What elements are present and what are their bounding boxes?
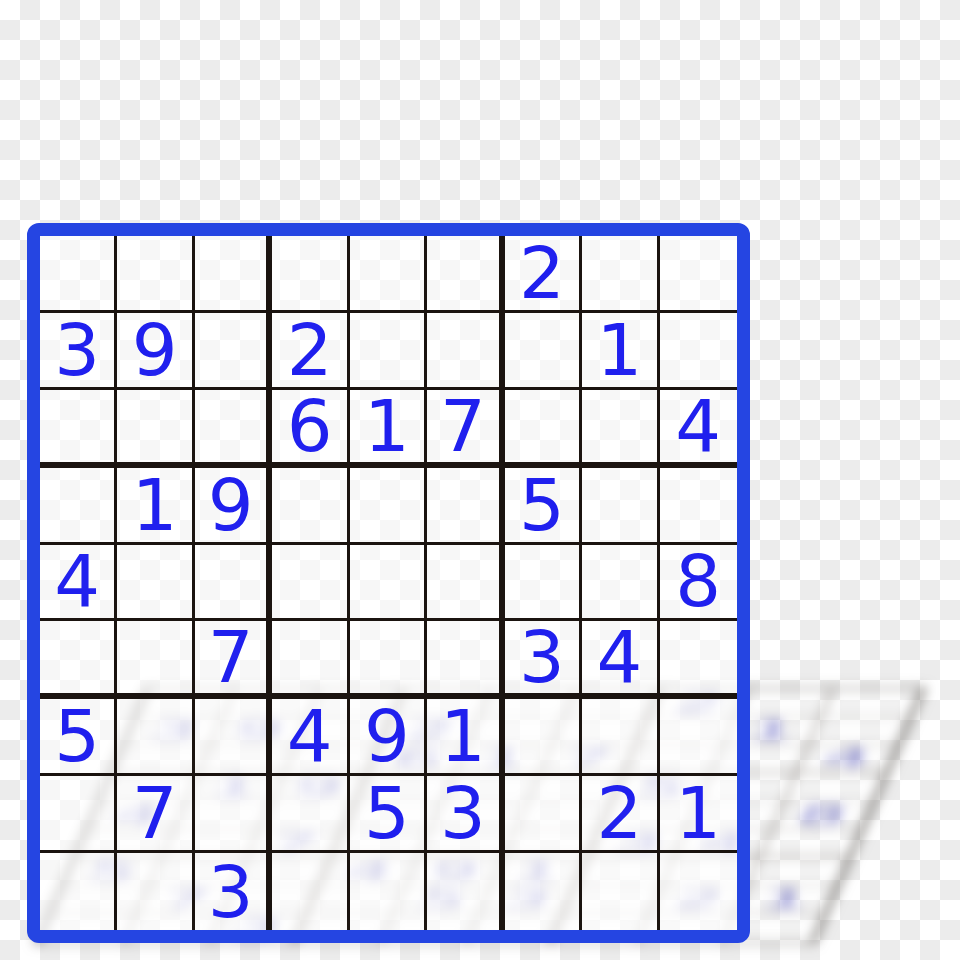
board-cell-r2c4[interactable]: 2	[272, 313, 349, 390]
board-cell-r5c4[interactable]	[272, 545, 349, 622]
board-cell-r3c8[interactable]	[582, 390, 659, 468]
board-cell-r1c8[interactable]	[582, 236, 659, 313]
board-cell-r3c1[interactable]	[40, 390, 117, 468]
board-cell-r5c3[interactable]	[195, 545, 272, 622]
board-cell-r7c6[interactable]: 1	[427, 699, 504, 776]
board-cell-r4c4[interactable]	[272, 468, 349, 545]
board-cell-r8c3[interactable]	[195, 776, 272, 853]
board-cell-r3c6[interactable]: 7	[427, 390, 504, 468]
board-cell-r2c7[interactable]	[505, 313, 582, 390]
board-cell-r4c5[interactable]	[350, 468, 427, 545]
board-cell-r4c1[interactable]	[40, 468, 117, 545]
board-cell-r2c8[interactable]: 1	[582, 313, 659, 390]
board-cell-r2c9[interactable]	[660, 313, 737, 390]
board-cell-r9c5[interactable]	[350, 853, 427, 930]
board-cell-r9c8[interactable]	[582, 853, 659, 930]
board-cell-r7c9[interactable]	[660, 699, 737, 776]
board-cell-r2c6[interactable]	[427, 313, 504, 390]
board-cell-r4c6[interactable]	[427, 468, 504, 545]
board-cell-r1c4[interactable]	[272, 236, 349, 313]
board-cell-r8c1[interactable]	[40, 776, 117, 853]
board-cell-r3c7[interactable]	[505, 390, 582, 468]
board-cell-r7c5[interactable]: 9	[350, 699, 427, 776]
board-cell-r6c4[interactable]	[272, 621, 349, 699]
sudoku-diagram: 239216174195487345491753213 239216174195…	[0, 0, 960, 960]
board-cell-r8c5[interactable]: 5	[350, 776, 427, 853]
board-cell-r4c7[interactable]: 5	[505, 468, 582, 545]
board-cell-r5c6[interactable]	[427, 545, 504, 622]
board-cell-r5c8[interactable]	[582, 545, 659, 622]
board-cell-r7c8[interactable]	[582, 699, 659, 776]
board-cell-r7c3[interactable]	[195, 699, 272, 776]
board-cell-r2c5[interactable]	[350, 313, 427, 390]
board-cell-r4c3[interactable]: 9	[195, 468, 272, 545]
board-cell-r6c5[interactable]	[350, 621, 427, 699]
board-cell-r1c3[interactable]	[195, 236, 272, 313]
board-cell-r7c7[interactable]	[505, 699, 582, 776]
board-cell-r8c4[interactable]	[272, 776, 349, 853]
board-cell-r4c8[interactable]	[582, 468, 659, 545]
board-cell-r5c9[interactable]: 8	[660, 545, 737, 622]
board-frame: 239216174195487345491753213	[27, 223, 750, 943]
board-cell-r1c7[interactable]: 2	[505, 236, 582, 313]
board-cell-r5c5[interactable]	[350, 545, 427, 622]
board-cell-r6c8[interactable]: 4	[582, 621, 659, 699]
board-cell-r5c7[interactable]	[505, 545, 582, 622]
board-cell-r8c8[interactable]: 2	[582, 776, 659, 853]
board-cell-r9c3[interactable]: 3	[195, 853, 272, 930]
board-cell-r8c7[interactable]	[505, 776, 582, 853]
board-cell-r9c4[interactable]	[272, 853, 349, 930]
board-cell-r4c9[interactable]	[660, 468, 737, 545]
board-cell-r1c6[interactable]	[427, 236, 504, 313]
board-cell-r7c4[interactable]: 4	[272, 699, 349, 776]
sudoku-grid: 239216174195487345491753213	[40, 236, 737, 930]
board-cell-r1c5[interactable]	[350, 236, 427, 313]
board-cell-r9c9[interactable]	[660, 853, 737, 930]
board-cell-r4c2[interactable]: 1	[117, 468, 194, 545]
board-cell-r7c1[interactable]: 5	[40, 699, 117, 776]
board-cell-r6c7[interactable]: 3	[505, 621, 582, 699]
board-cell-r3c3[interactable]	[195, 390, 272, 468]
board-cell-r8c6[interactable]: 3	[427, 776, 504, 853]
board-cell-r6c2[interactable]	[117, 621, 194, 699]
board-cell-r9c1[interactable]	[40, 853, 117, 930]
board-cell-r5c1[interactable]: 4	[40, 545, 117, 622]
board-cell-r8c9[interactable]: 1	[660, 776, 737, 853]
board-cell-r6c9[interactable]	[660, 621, 737, 699]
board-cell-r1c9[interactable]	[660, 236, 737, 313]
board-cell-r6c1[interactable]	[40, 621, 117, 699]
board-cell-r2c1[interactable]: 3	[40, 313, 117, 390]
board-cell-r1c1[interactable]	[40, 236, 117, 313]
board-cell-r2c2[interactable]: 9	[117, 313, 194, 390]
board-cell-r9c6[interactable]	[427, 853, 504, 930]
board-cell-r3c9[interactable]: 4	[660, 390, 737, 468]
board-cell-r3c2[interactable]	[117, 390, 194, 468]
board-cell-r3c5[interactable]: 1	[350, 390, 427, 468]
board-cell-r5c2[interactable]	[117, 545, 194, 622]
board-cell-r9c2[interactable]	[117, 853, 194, 930]
board-cell-r2c3[interactable]	[195, 313, 272, 390]
board-cell-r1c2[interactable]	[117, 236, 194, 313]
board-cell-r3c4[interactable]: 6	[272, 390, 349, 468]
board-cell-r6c3[interactable]: 7	[195, 621, 272, 699]
board-cell-r6c6[interactable]	[427, 621, 504, 699]
board-cell-r7c2[interactable]	[117, 699, 194, 776]
board-cell-r9c7[interactable]	[505, 853, 582, 930]
board-cell-r8c2[interactable]: 7	[117, 776, 194, 853]
